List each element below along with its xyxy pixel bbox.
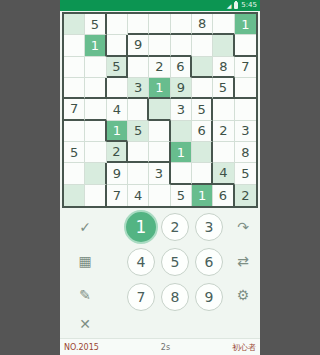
cell-r3c7[interactable]: 5 [213, 78, 234, 99]
cell-r2c5[interactable]: 6 [171, 57, 192, 78]
cell-r4c7[interactable] [213, 99, 234, 120]
numpad-button-6[interactable]: 6 [195, 248, 223, 276]
pencil-button[interactable]: ✎ [74, 284, 96, 306]
cell-r3c4[interactable]: 1 [149, 78, 170, 99]
sudoku-app-screen: ◢ 5:45 581195268731957435156235218934574… [60, 0, 260, 355]
cell-r6c8[interactable]: 8 [235, 142, 256, 163]
cell-r2c6[interactable] [192, 57, 213, 78]
difficulty-label: 初心者 [232, 342, 256, 353]
cell-r8c3[interactable]: 4 [128, 185, 149, 206]
cell-r8c4[interactable] [149, 185, 170, 206]
cell-r8c8[interactable]: 2 [235, 185, 256, 206]
cell-r3c5[interactable]: 9 [171, 78, 192, 99]
cell-r4c6[interactable]: 5 [192, 99, 213, 120]
cell-r0c3[interactable] [128, 14, 149, 35]
cell-r8c1[interactable] [85, 185, 106, 206]
cell-r5c5[interactable] [171, 121, 192, 142]
cell-r0c6[interactable]: 8 [192, 14, 213, 35]
cell-r3c6[interactable] [192, 78, 213, 99]
cell-r1c0[interactable] [64, 35, 85, 56]
swap-button[interactable]: ⇄ [232, 250, 254, 272]
cell-r5c1[interactable] [85, 121, 106, 142]
cell-r3c3[interactable]: 3 [128, 78, 149, 99]
numpad-button-1[interactable]: 1 [124, 210, 158, 244]
cell-r5c7[interactable]: 2 [213, 121, 234, 142]
status-bar: ◢ 5:45 [60, 0, 260, 11]
cell-r8c0[interactable] [64, 185, 85, 206]
cell-r2c7[interactable]: 8 [213, 57, 234, 78]
close-button[interactable]: ✕ [74, 313, 96, 335]
cell-r6c5[interactable]: 1 [171, 142, 192, 163]
cell-r4c8[interactable] [235, 99, 256, 120]
elapsed-time: 2s [161, 343, 170, 352]
cell-r0c1[interactable]: 5 [85, 14, 106, 35]
numpad-button-2[interactable]: 2 [161, 213, 189, 241]
cell-r7c0[interactable] [64, 163, 85, 184]
cell-r3c8[interactable] [235, 78, 256, 99]
cell-r6c4[interactable] [149, 142, 170, 163]
undo-button[interactable]: ↷ [232, 216, 254, 238]
cell-r8c2[interactable]: 7 [107, 185, 128, 206]
numpad-button-4[interactable]: 4 [127, 248, 155, 276]
cell-r1c8[interactable] [235, 35, 256, 56]
cell-r8c6[interactable]: 1 [192, 185, 213, 206]
cell-r0c5[interactable] [171, 14, 192, 35]
cell-r7c4[interactable]: 3 [149, 163, 170, 184]
cell-r1c2[interactable] [107, 35, 128, 56]
cell-r2c8[interactable]: 7 [235, 57, 256, 78]
signal-icon: ◢ [227, 0, 232, 11]
numpad-button-8[interactable]: 8 [161, 283, 189, 311]
gear-icon: ⚙ [237, 287, 250, 303]
undo-icon: ↷ [237, 219, 249, 235]
cell-r6c6[interactable] [192, 142, 213, 163]
cell-r5c2[interactable]: 1 [107, 121, 128, 142]
cell-r2c3[interactable] [128, 57, 149, 78]
cell-r6c2[interactable]: 2 [107, 142, 128, 163]
numpad-button-5[interactable]: 5 [161, 248, 189, 276]
cell-r7c5[interactable] [171, 163, 192, 184]
cell-r4c5[interactable]: 3 [171, 99, 192, 120]
cell-r8c5[interactable]: 5 [171, 185, 192, 206]
swap-arrows-icon: ⇄ [237, 253, 249, 269]
candidates-button[interactable]: ▦ [74, 250, 96, 272]
cell-r0c4[interactable] [149, 14, 170, 35]
cell-r3c0[interactable] [64, 78, 85, 99]
footer-bar: NO.2015 2s 初心者 [60, 338, 260, 355]
cell-r7c2[interactable]: 9 [107, 163, 128, 184]
cell-r8c7[interactable]: 6 [213, 185, 234, 206]
cell-r4c1[interactable] [85, 99, 106, 120]
cell-r0c0[interactable] [64, 14, 85, 35]
cell-r5c3[interactable]: 5 [128, 121, 149, 142]
cell-r5c6[interactable]: 6 [192, 121, 213, 142]
cell-r1c3[interactable]: 9 [128, 35, 149, 56]
cell-r2c0[interactable] [64, 57, 85, 78]
cell-r6c3[interactable] [128, 142, 149, 163]
close-icon: ✕ [79, 316, 91, 332]
check-button[interactable]: ✓ [74, 216, 96, 238]
check-icon: ✓ [79, 219, 91, 235]
status-time: 5:45 [241, 0, 257, 11]
cell-r2c1[interactable] [85, 57, 106, 78]
cell-r5c4[interactable] [149, 121, 170, 142]
sudoku-board[interactable]: 5811952687319574351562352189345745162 [62, 12, 258, 208]
cell-r4c4[interactable] [149, 99, 170, 120]
cell-r3c1[interactable] [85, 78, 106, 99]
cell-r4c0[interactable]: 7 [64, 99, 85, 120]
cell-r2c2[interactable]: 5 [107, 57, 128, 78]
cell-r5c8[interactable]: 3 [235, 121, 256, 142]
cell-r0c2[interactable] [107, 14, 128, 35]
cell-r0c7[interactable] [213, 14, 234, 35]
cell-r1c6[interactable] [192, 35, 213, 56]
cell-r4c3[interactable] [128, 99, 149, 120]
cell-r3c2[interactable] [107, 78, 128, 99]
puzzle-number: NO.2015 [64, 343, 99, 352]
cell-r1c7[interactable] [213, 35, 234, 56]
cell-r6c1[interactable] [85, 142, 106, 163]
number-pad: 123456789 [124, 209, 228, 313]
numpad-button-3[interactable]: 3 [195, 213, 223, 241]
cell-r7c7[interactable]: 4 [213, 163, 234, 184]
settings-button[interactable]: ⚙ [232, 284, 254, 306]
numpad-button-7[interactable]: 7 [127, 283, 155, 311]
cell-r1c4[interactable] [149, 35, 170, 56]
cell-r0c8[interactable]: 1 [235, 14, 256, 35]
numpad-button-9[interactable]: 9 [195, 283, 223, 311]
cell-r6c0[interactable]: 5 [64, 142, 85, 163]
cell-r1c1[interactable]: 1 [85, 35, 106, 56]
candidates-grid-icon: ▦ [78, 253, 91, 269]
cell-r7c6[interactable] [192, 163, 213, 184]
cell-r5c0[interactable] [64, 121, 85, 142]
cell-r7c8[interactable]: 5 [235, 163, 256, 184]
battery-icon [234, 2, 238, 9]
cell-r1c5[interactable] [171, 35, 192, 56]
cell-r7c1[interactable] [85, 163, 106, 184]
cell-r2c4[interactable]: 2 [149, 57, 170, 78]
cell-r4c2[interactable]: 4 [107, 99, 128, 120]
cell-r6c7[interactable] [213, 142, 234, 163]
pencil-icon: ✎ [79, 287, 91, 303]
cell-r7c3[interactable] [128, 163, 149, 184]
